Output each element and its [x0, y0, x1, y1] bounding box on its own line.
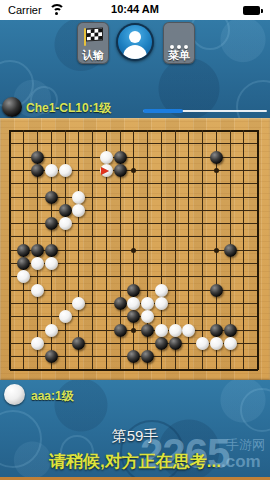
- stone-black: [169, 337, 182, 350]
- stone-black: [17, 257, 30, 270]
- stone-black: [31, 244, 44, 257]
- stone-white: [169, 324, 182, 337]
- stone-white: [100, 151, 113, 164]
- stone-white: [155, 324, 168, 337]
- top-player-name: Che1-CL10:1级: [26, 100, 111, 117]
- bottom-player-stone-icon: [4, 384, 25, 405]
- checkered-flag-icon: [84, 28, 102, 46]
- board-grid: [10, 131, 258, 370]
- stone-white: [31, 257, 44, 270]
- stone-white: [17, 270, 30, 283]
- stone-white: [59, 164, 72, 177]
- stone-white: [210, 337, 223, 350]
- stone-black: [31, 151, 44, 164]
- stone-black: [45, 350, 58, 363]
- top-player-progress-bar: [143, 109, 267, 113]
- go-board[interactable]: [0, 118, 270, 380]
- stone-white: [224, 337, 237, 350]
- stone-white: [155, 284, 168, 297]
- stone-white: [72, 204, 85, 217]
- battery-icon: [243, 6, 264, 15]
- last-move-marker: [101, 167, 109, 175]
- hoshi-point: [131, 328, 136, 333]
- stone-black: [59, 204, 72, 217]
- stone-white: [182, 324, 195, 337]
- stone-black: [31, 164, 44, 177]
- hoshi-point: [214, 248, 219, 253]
- resign-button[interactable]: 认输: [77, 22, 109, 64]
- clock-label: 10:44 AM: [0, 3, 270, 15]
- menu-button[interactable]: 菜单: [163, 22, 195, 64]
- thinking-status: 请稍候,对方正在思考...: [0, 450, 270, 473]
- stone-black: [141, 324, 154, 337]
- stone-black: [224, 244, 237, 257]
- stone-black: [45, 217, 58, 230]
- stone-black: [224, 324, 237, 337]
- stone-black: [210, 324, 223, 337]
- stone-white: [45, 164, 58, 177]
- hoshi-point: [131, 248, 136, 253]
- stone-white: [72, 191, 85, 204]
- stone-black: [127, 350, 140, 363]
- stone-white: [196, 337, 209, 350]
- stone-black: [17, 244, 30, 257]
- avatar-button[interactable]: [116, 23, 154, 61]
- stone-black: [114, 297, 127, 310]
- stone-white: [72, 297, 85, 310]
- stone-black: [45, 191, 58, 204]
- stone-white: [45, 324, 58, 337]
- stone-white: [127, 297, 140, 310]
- stone-black: [210, 284, 223, 297]
- stone-white: [45, 257, 58, 270]
- stone-white: [59, 310, 72, 323]
- bottom-player-name: aaa:1级: [31, 388, 74, 405]
- stone-white: [31, 337, 44, 350]
- stone-black: [45, 244, 58, 257]
- stone-black: [114, 164, 127, 177]
- menu-dots-icon: [164, 35, 194, 53]
- hoshi-point: [131, 168, 136, 173]
- person-icon: [118, 25, 152, 59]
- app-screen: Carrier 10:44 AM 认输 菜单 Che1-CL10:1级: [0, 0, 270, 480]
- stone-black: [210, 151, 223, 164]
- stone-black: [72, 337, 85, 350]
- stone-black: [114, 324, 127, 337]
- stone-white: [141, 297, 154, 310]
- stone-white: [141, 310, 154, 323]
- stone-black: [141, 350, 154, 363]
- stone-white: [31, 284, 44, 297]
- move-counter: 第59手: [0, 427, 270, 446]
- stone-white: [155, 297, 168, 310]
- stone-black: [114, 151, 127, 164]
- resign-label: 认输: [82, 48, 104, 62]
- top-player-stone-icon: [2, 97, 22, 117]
- stone-black: [127, 310, 140, 323]
- stone-black: [127, 284, 140, 297]
- stone-white: [59, 217, 72, 230]
- status-bar: Carrier 10:44 AM: [0, 0, 270, 20]
- hoshi-point: [214, 168, 219, 173]
- stone-black: [155, 337, 168, 350]
